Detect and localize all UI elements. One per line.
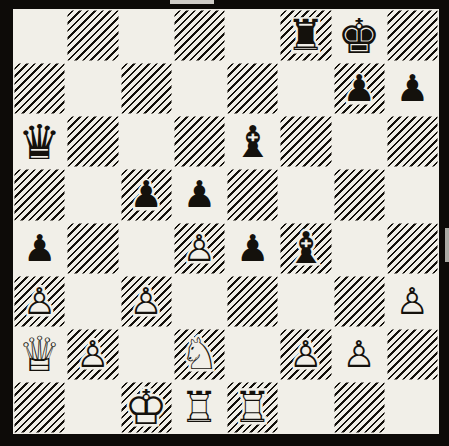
square-a6: ♛: [13, 115, 66, 168]
square-f4: ♝: [279, 222, 332, 275]
square-a3: ♙: [13, 275, 66, 328]
square-d6: [173, 115, 226, 168]
square-f6: [279, 115, 332, 168]
square-h5: [386, 168, 439, 221]
square-c8: [120, 9, 173, 62]
piece-white-queen-a2: ♕: [13, 328, 66, 381]
square-h2: [386, 328, 439, 381]
square-b5: [66, 168, 119, 221]
square-a5: [13, 168, 66, 221]
square-c2: [120, 328, 173, 381]
piece-black-pawn-c5: ♟: [120, 168, 173, 221]
square-h3: ♙: [386, 275, 439, 328]
board-frame: ♜♚♟♟♛♝♟♟♟♙♟♝♙♙♙♕♙♘♙♙♔♖♖: [13, 9, 439, 434]
square-f5: [279, 168, 332, 221]
square-h1: [386, 381, 439, 434]
square-e8: [226, 9, 279, 62]
square-d1: ♖: [173, 381, 226, 434]
square-b3: [66, 275, 119, 328]
square-c3: ♙: [120, 275, 173, 328]
square-h8: [386, 9, 439, 62]
square-b4: [66, 222, 119, 275]
piece-black-pawn-e4: ♟: [226, 222, 279, 275]
square-a7: [13, 62, 66, 115]
square-h4: [386, 222, 439, 275]
square-c7: [120, 62, 173, 115]
square-c5: ♟: [120, 168, 173, 221]
piece-white-pawn-a3: ♙: [13, 275, 66, 328]
square-f7: [279, 62, 332, 115]
chess-board: ♜♚♟♟♛♝♟♟♟♙♟♝♙♙♙♕♙♘♙♙♔♖♖: [13, 9, 439, 434]
square-d7: [173, 62, 226, 115]
square-g8: ♚: [333, 9, 386, 62]
square-a4: ♟: [13, 222, 66, 275]
square-f1: [279, 381, 332, 434]
piece-black-pawn-g7: ♟: [333, 62, 386, 115]
piece-black-pawn-d5: ♟: [173, 168, 226, 221]
piece-white-rook-d1: ♖: [173, 381, 226, 434]
square-e1: ♖: [226, 381, 279, 434]
square-g7: ♟: [333, 62, 386, 115]
square-e2: [226, 328, 279, 381]
square-b6: [66, 115, 119, 168]
square-e3: [226, 275, 279, 328]
frame-scan-nick-top: [170, 0, 214, 4]
square-b2: ♙: [66, 328, 119, 381]
frame-scan-nick-right: [445, 228, 449, 262]
square-g1: [333, 381, 386, 434]
square-g4: [333, 222, 386, 275]
square-h7: ♟: [386, 62, 439, 115]
square-e7: [226, 62, 279, 115]
square-g2: ♙: [333, 328, 386, 381]
square-e5: [226, 168, 279, 221]
piece-white-pawn-g2: ♙: [333, 328, 386, 381]
square-b7: [66, 62, 119, 115]
square-c4: [120, 222, 173, 275]
piece-white-pawn-b2: ♙: [66, 328, 119, 381]
chess-diagram-page: ♜♚♟♟♛♝♟♟♟♙♟♝♙♙♙♕♙♘♙♙♔♖♖: [0, 0, 449, 446]
square-e6: ♝: [226, 115, 279, 168]
piece-black-pawn-a4: ♟: [13, 222, 66, 275]
piece-black-king-g8: ♚: [333, 9, 386, 62]
square-f3: [279, 275, 332, 328]
piece-white-pawn-f2: ♙: [279, 328, 332, 381]
piece-black-bishop-e6: ♝: [226, 115, 279, 168]
square-d4: ♙: [173, 222, 226, 275]
square-f8: ♜: [279, 9, 332, 62]
square-c6: [120, 115, 173, 168]
square-g5: [333, 168, 386, 221]
square-d3: [173, 275, 226, 328]
square-g3: [333, 275, 386, 328]
square-f2: ♙: [279, 328, 332, 381]
piece-white-knight-d2: ♘: [173, 328, 226, 381]
piece-white-king-c1: ♔: [120, 381, 173, 434]
square-b8: [66, 9, 119, 62]
piece-white-pawn-h3: ♙: [386, 275, 439, 328]
square-h6: [386, 115, 439, 168]
square-d2: ♘: [173, 328, 226, 381]
piece-white-pawn-d4: ♙: [173, 222, 226, 275]
piece-white-pawn-c3: ♙: [120, 275, 173, 328]
square-g6: [333, 115, 386, 168]
piece-black-bishop-f4: ♝: [279, 222, 332, 275]
square-a2: ♕: [13, 328, 66, 381]
square-a8: [13, 9, 66, 62]
square-d8: [173, 9, 226, 62]
square-a1: [13, 381, 66, 434]
piece-black-pawn-h7: ♟: [386, 62, 439, 115]
square-d5: ♟: [173, 168, 226, 221]
square-c1: ♔: [120, 381, 173, 434]
square-e4: ♟: [226, 222, 279, 275]
piece-white-rook-e1: ♖: [226, 381, 279, 434]
piece-black-queen-a6: ♛: [13, 115, 66, 168]
square-b1: [66, 381, 119, 434]
piece-black-rook-f8: ♜: [279, 9, 332, 62]
